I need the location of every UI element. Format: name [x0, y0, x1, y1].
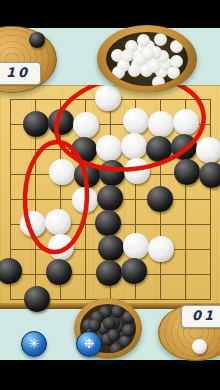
white-stone[interactable]	[96, 135, 122, 161]
white-pebble	[142, 47, 155, 60]
black-stone[interactable]	[96, 260, 122, 286]
white-stone[interactable]	[148, 111, 174, 137]
white-stone[interactable]	[148, 236, 174, 262]
white-stone-on-lid	[192, 339, 207, 354]
status-bar-top	[0, 0, 220, 28]
capture-counter-top: 10	[0, 62, 41, 85]
black-pebble	[107, 329, 120, 342]
black-stone[interactable]	[146, 136, 172, 162]
white-pebble	[121, 49, 134, 62]
white-stone[interactable]	[72, 187, 98, 213]
white-pebble	[152, 76, 165, 86]
white-stone[interactable]	[95, 85, 121, 111]
white-stone[interactable]	[123, 233, 149, 259]
black-pebble	[103, 317, 116, 330]
app-screen: 10 01 ✳ ❉	[0, 0, 220, 390]
menu-button[interactable]: ✳	[21, 331, 47, 357]
black-stone[interactable]	[48, 109, 74, 135]
capture-counter-bottom: 01	[181, 305, 220, 328]
options-button[interactable]: ❉	[76, 331, 102, 357]
white-stone-bowl	[97, 25, 197, 93]
white-pebble	[167, 66, 180, 79]
menu-icon: ✳	[29, 336, 40, 351]
black-stone[interactable]	[174, 159, 200, 185]
black-pebble	[122, 311, 135, 324]
black-stone[interactable]	[71, 137, 97, 163]
black-stone[interactable]	[74, 162, 100, 188]
black-stone[interactable]	[121, 258, 147, 284]
black-stone[interactable]	[95, 210, 121, 236]
white-stone[interactable]	[173, 109, 199, 135]
white-pebble	[137, 34, 150, 47]
black-stone[interactable]	[98, 235, 124, 261]
white-stone[interactable]	[196, 137, 220, 163]
white-pebble	[170, 40, 183, 53]
white-pebble	[170, 55, 183, 68]
white-stone-pile	[106, 32, 188, 86]
black-stone[interactable]	[46, 259, 72, 285]
white-stone[interactable]	[123, 108, 149, 134]
black-stone[interactable]	[199, 162, 220, 188]
white-stone[interactable]	[73, 112, 99, 138]
white-stone[interactable]	[48, 234, 74, 260]
white-pebble	[154, 33, 167, 46]
black-stone[interactable]	[23, 111, 49, 137]
white-stone[interactable]	[121, 133, 147, 159]
go-board[interactable]	[0, 85, 220, 309]
black-stone[interactable]	[99, 160, 125, 186]
black-stone[interactable]	[97, 185, 123, 211]
black-stone[interactable]	[171, 134, 197, 160]
black-stone[interactable]	[24, 286, 50, 312]
black-pebble	[122, 324, 135, 337]
white-stone[interactable]	[49, 159, 75, 185]
black-stone[interactable]	[147, 186, 173, 212]
white-stone[interactable]	[45, 209, 71, 235]
black-pebble	[111, 305, 124, 318]
white-stone[interactable]	[124, 158, 150, 184]
options-icon: ❉	[84, 336, 95, 351]
white-pebble	[112, 66, 125, 79]
status-bar-bottom	[0, 360, 220, 390]
black-stone-on-lid	[29, 32, 45, 48]
white-stone[interactable]	[20, 211, 46, 237]
